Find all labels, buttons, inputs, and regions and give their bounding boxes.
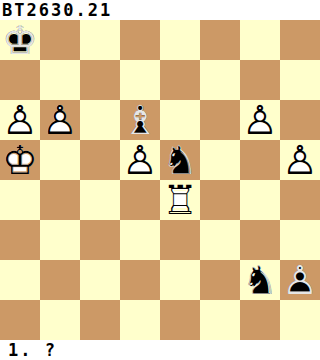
- square-f1[interactable]: [200, 300, 240, 340]
- black-pawn-contour: ♙: [280, 260, 320, 300]
- square-d3[interactable]: [120, 220, 160, 260]
- white-pawn[interactable]: ♟♙: [40, 100, 80, 140]
- white-pawn-contour: ♙: [240, 100, 280, 140]
- square-a3[interactable]: [0, 220, 40, 260]
- square-b4[interactable]: [40, 180, 80, 220]
- square-b6[interactable]: ♟♙: [40, 100, 80, 140]
- square-c5[interactable]: [80, 140, 120, 180]
- square-g4[interactable]: [240, 180, 280, 220]
- move-prompt: 1. ?: [0, 340, 320, 360]
- square-b1[interactable]: [40, 300, 80, 340]
- square-d6[interactable]: ♝♗: [120, 100, 160, 140]
- square-d7[interactable]: [120, 60, 160, 100]
- white-pawn[interactable]: ♟♙: [0, 100, 40, 140]
- black-knight-contour: ♘: [240, 260, 280, 300]
- square-f7[interactable]: [200, 60, 240, 100]
- square-e6[interactable]: [160, 100, 200, 140]
- white-pawn-contour: ♙: [120, 140, 160, 180]
- square-g1[interactable]: [240, 300, 280, 340]
- square-d4[interactable]: [120, 180, 160, 220]
- square-h4[interactable]: [280, 180, 320, 220]
- square-h7[interactable]: [280, 60, 320, 100]
- square-h8[interactable]: [280, 20, 320, 60]
- square-g5[interactable]: [240, 140, 280, 180]
- square-g2[interactable]: ♞♘: [240, 260, 280, 300]
- square-c2[interactable]: [80, 260, 120, 300]
- square-a2[interactable]: [0, 260, 40, 300]
- black-king[interactable]: ♚♔: [0, 20, 40, 60]
- square-b7[interactable]: [40, 60, 80, 100]
- black-knight-contour: ♘: [160, 140, 200, 180]
- square-a1[interactable]: [0, 300, 40, 340]
- square-a8[interactable]: ♚♔: [0, 20, 40, 60]
- white-rook[interactable]: ♜♖: [160, 180, 200, 220]
- square-f5[interactable]: [200, 140, 240, 180]
- black-knight[interactable]: ♞♘: [240, 260, 280, 300]
- square-a4[interactable]: [0, 180, 40, 220]
- square-a6[interactable]: ♟♙: [0, 100, 40, 140]
- square-b3[interactable]: [40, 220, 80, 260]
- white-king[interactable]: ♚♔: [0, 140, 40, 180]
- square-f3[interactable]: [200, 220, 240, 260]
- square-d5[interactable]: ♟♙: [120, 140, 160, 180]
- square-b8[interactable]: [40, 20, 80, 60]
- black-knight[interactable]: ♞♘: [160, 140, 200, 180]
- square-e2[interactable]: [160, 260, 200, 300]
- white-king-contour: ♔: [0, 140, 40, 180]
- white-pawn-contour: ♙: [40, 100, 80, 140]
- square-g7[interactable]: [240, 60, 280, 100]
- square-d2[interactable]: [120, 260, 160, 300]
- square-e7[interactable]: [160, 60, 200, 100]
- square-g6[interactable]: ♟♙: [240, 100, 280, 140]
- square-g8[interactable]: [240, 20, 280, 60]
- square-h2[interactable]: ♟♙: [280, 260, 320, 300]
- square-d1[interactable]: [120, 300, 160, 340]
- black-bishop[interactable]: ♝♗: [120, 100, 160, 140]
- white-pawn[interactable]: ♟♙: [120, 140, 160, 180]
- black-king-contour: ♔: [0, 20, 40, 60]
- square-c7[interactable]: [80, 60, 120, 100]
- position-title: BT2630.21: [0, 0, 320, 20]
- white-pawn[interactable]: ♟♙: [280, 140, 320, 180]
- square-c4[interactable]: [80, 180, 120, 220]
- square-c1[interactable]: [80, 300, 120, 340]
- square-f4[interactable]: [200, 180, 240, 220]
- square-f6[interactable]: [200, 100, 240, 140]
- square-h6[interactable]: [280, 100, 320, 140]
- square-e1[interactable]: [160, 300, 200, 340]
- chess-board: ♚♔♟♙♟♙♝♗♟♙♚♔♟♙♞♘♟♙♜♖♞♘♟♙: [0, 20, 320, 340]
- square-c6[interactable]: [80, 100, 120, 140]
- square-e8[interactable]: [160, 20, 200, 60]
- white-pawn-contour: ♙: [0, 100, 40, 140]
- square-e4[interactable]: ♜♖: [160, 180, 200, 220]
- square-a5[interactable]: ♚♔: [0, 140, 40, 180]
- square-b2[interactable]: [40, 260, 80, 300]
- square-e5[interactable]: ♞♘: [160, 140, 200, 180]
- square-d8[interactable]: [120, 20, 160, 60]
- white-pawn[interactable]: ♟♙: [240, 100, 280, 140]
- square-h5[interactable]: ♟♙: [280, 140, 320, 180]
- square-g3[interactable]: [240, 220, 280, 260]
- square-c8[interactable]: [80, 20, 120, 60]
- square-f2[interactable]: [200, 260, 240, 300]
- square-a7[interactable]: [0, 60, 40, 100]
- square-e3[interactable]: [160, 220, 200, 260]
- square-h1[interactable]: [280, 300, 320, 340]
- white-rook-contour: ♖: [160, 180, 200, 220]
- square-b5[interactable]: [40, 140, 80, 180]
- square-f8[interactable]: [200, 20, 240, 60]
- black-bishop-contour: ♗: [120, 100, 160, 140]
- white-pawn-contour: ♙: [280, 140, 320, 180]
- square-h3[interactable]: [280, 220, 320, 260]
- square-c3[interactable]: [80, 220, 120, 260]
- black-pawn[interactable]: ♟♙: [280, 260, 320, 300]
